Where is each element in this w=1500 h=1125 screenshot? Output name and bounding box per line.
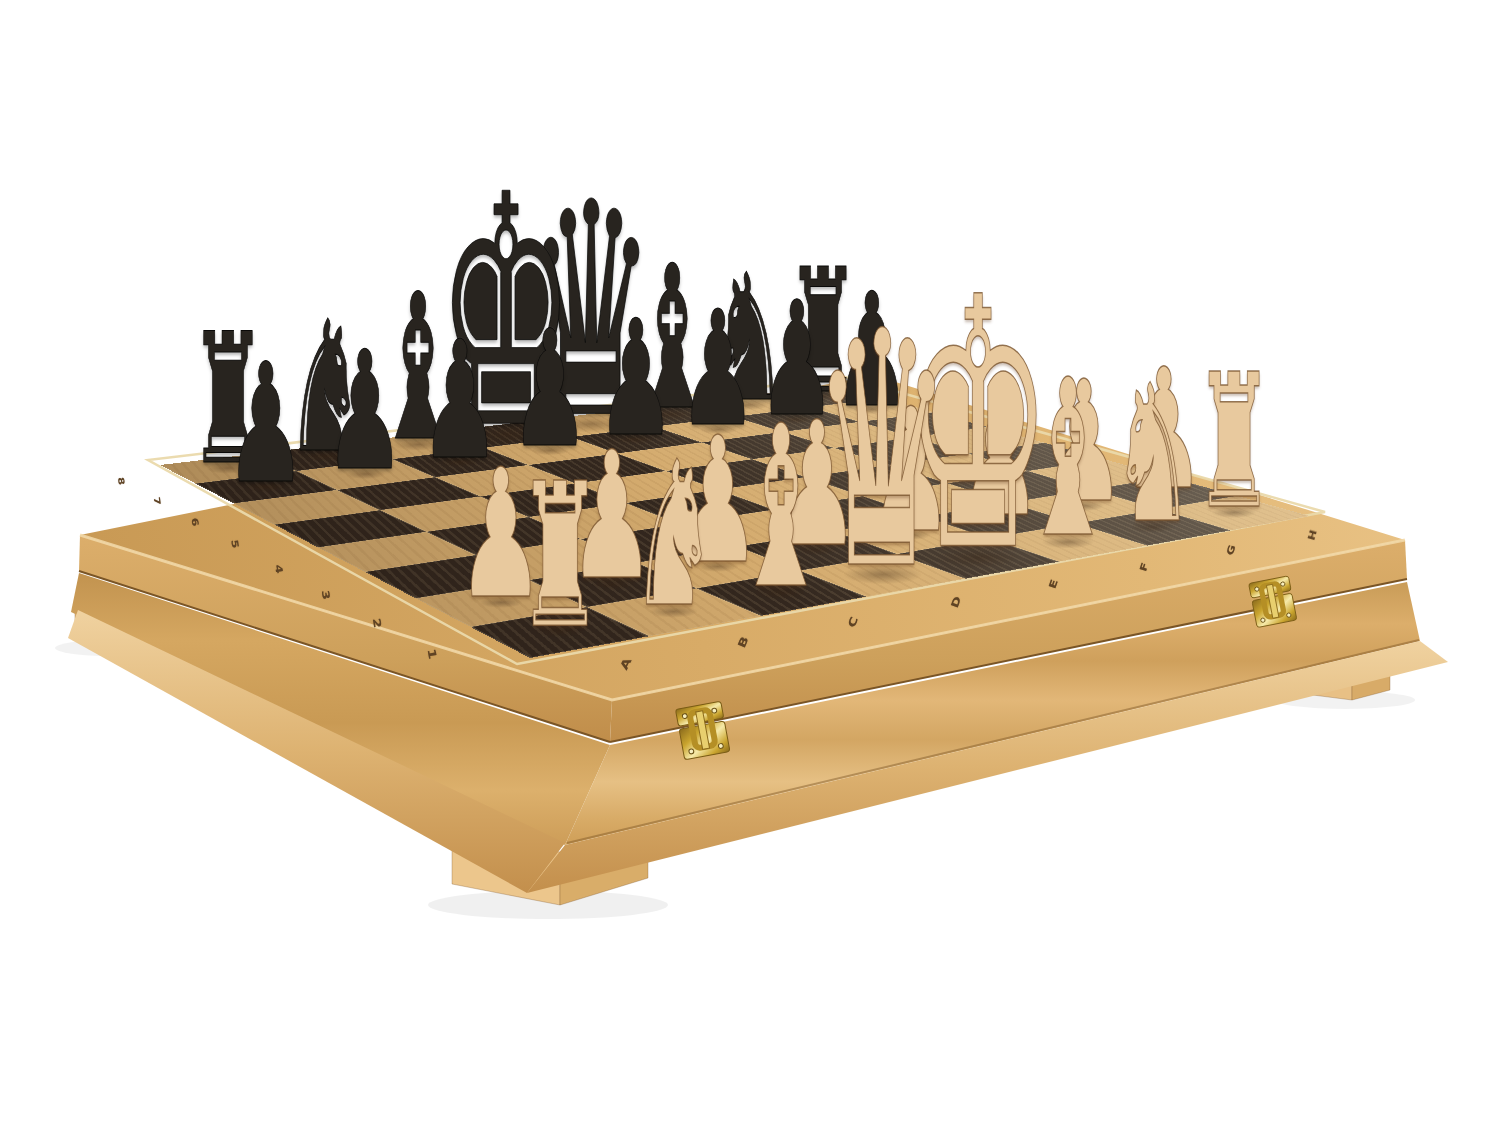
rank-label-4: 4 [273,563,285,574]
rank-label-2: 2 [371,617,384,629]
rank-label-7: 7 [151,496,162,505]
rank-label-8: 8 [116,476,126,485]
latch-front-right [1249,576,1297,628]
rank-label-3: 3 [320,589,333,600]
rank-label-6: 6 [189,517,200,527]
latch-front-left [675,701,730,760]
chess-set-photo: ABCDEFGH12345678 ♜♞♟♝♟♛♟♚♟♝♟♞♟♜♟♟♟♟♜♟♞♟♝… [0,0,1500,1125]
rank-label-5: 5 [229,539,241,549]
